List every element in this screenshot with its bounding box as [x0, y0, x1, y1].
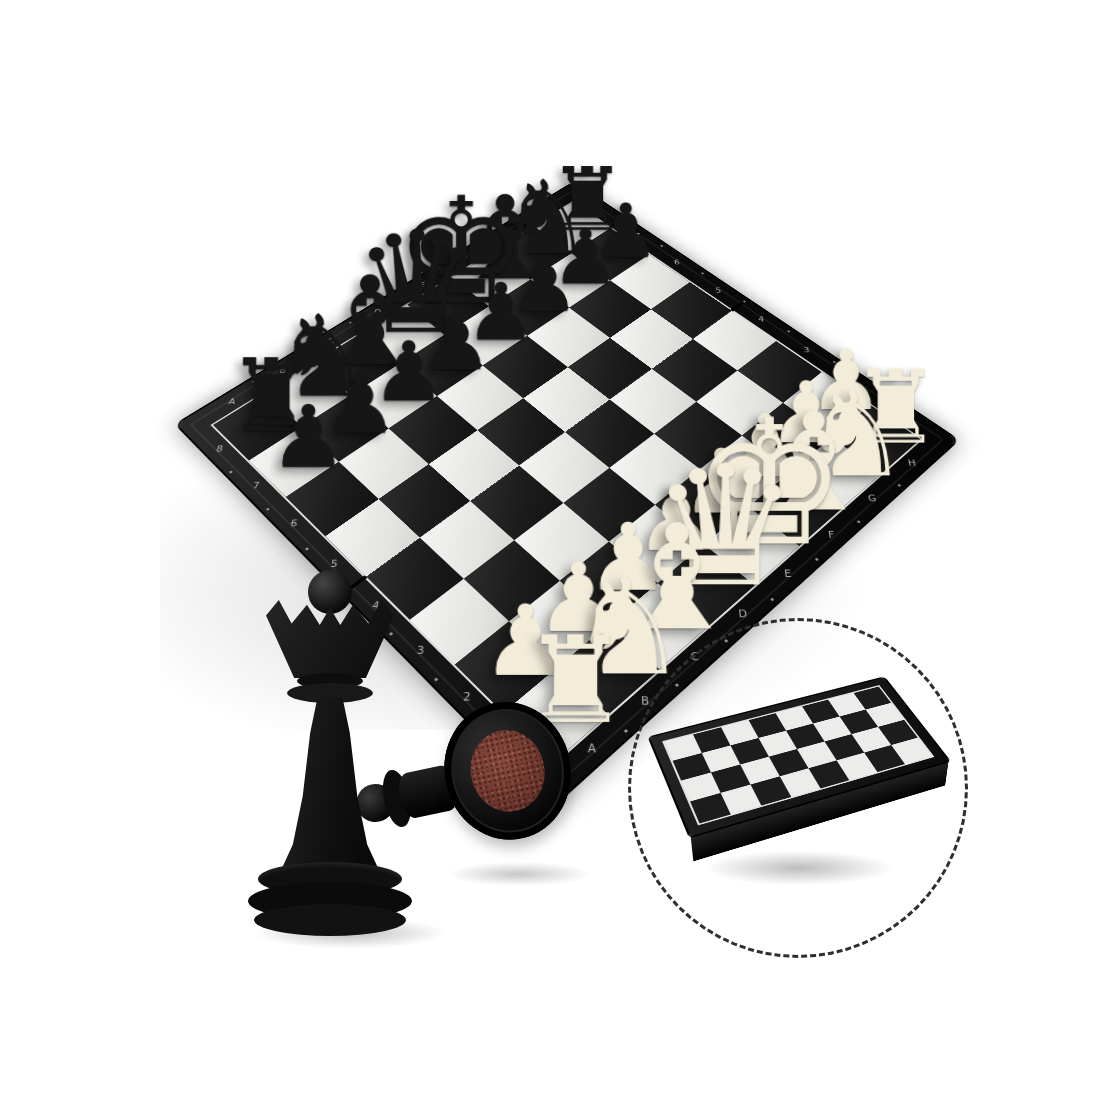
rank-label-left-7: 7 [252, 482, 260, 490]
queen-finial [308, 570, 352, 614]
fallen-piece-base [432, 690, 584, 851]
black-queen-closeup [240, 570, 420, 940]
folded-board-inset [628, 618, 968, 958]
folded-board [650, 678, 949, 837]
frame-dot [266, 507, 270, 511]
queen-body [268, 697, 392, 877]
queen-crown [266, 600, 394, 678]
frame-dot [786, 330, 790, 333]
black-pawn: ♟ [270, 397, 348, 479]
square-d4 [519, 432, 609, 503]
frame-dot [434, 677, 439, 681]
frame-dot [660, 245, 664, 247]
product-photo: ♜♞♝♛♚♝♞♜♟♟♟♟♟♟♟♟♟♟♟♟♟♟♟♟♜♞♝♛♚♝♞♜ AA88BB7… [0, 0, 1120, 1120]
frame-dot [305, 547, 310, 551]
inset-scene [631, 621, 965, 955]
folded-board-grid [665, 687, 932, 824]
queen-base-ring3 [254, 904, 406, 936]
frame-dot [700, 272, 704, 275]
frame-dot [229, 470, 233, 473]
magnet-felt [463, 723, 552, 819]
